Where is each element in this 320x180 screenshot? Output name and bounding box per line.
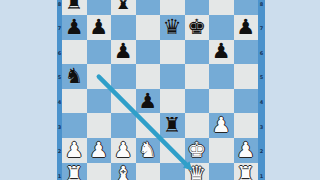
square-b8[interactable] <box>87 0 112 15</box>
piece-black-rook-a8[interactable]: ♜ <box>65 0 84 13</box>
square-g1[interactable] <box>209 163 234 180</box>
piece-black-knight-a5[interactable]: ♞ <box>65 66 84 87</box>
square-d4[interactable]: ♟ <box>136 89 161 114</box>
square-b3[interactable] <box>87 113 112 138</box>
square-e8[interactable] <box>160 0 185 15</box>
piece-black-pawn-d4[interactable]: ♟ <box>138 90 157 111</box>
piece-white-rook-h1[interactable]: ♜ <box>236 164 255 180</box>
rank-label-right-7: 7 <box>259 25 265 31</box>
piece-black-pawn-b7[interactable]: ♟ <box>89 16 108 37</box>
square-b5[interactable] <box>87 64 112 89</box>
rank-label-right-3: 3 <box>259 124 265 130</box>
square-e3[interactable]: ♜ <box>160 113 185 138</box>
piece-white-pawn-a2[interactable]: ♟ <box>65 139 84 160</box>
square-f7[interactable]: ♚ <box>185 15 210 40</box>
square-f4[interactable] <box>185 89 210 114</box>
square-a4[interactable] <box>62 89 87 114</box>
rank-label-left-6: 6 <box>57 50 63 56</box>
piece-white-queen-f1[interactable]: ♛ <box>187 164 206 180</box>
piece-black-pawn-h7[interactable]: ♟ <box>236 16 255 37</box>
square-a1[interactable]: ♜ <box>62 163 87 180</box>
square-d1[interactable] <box>136 163 161 180</box>
piece-white-king-f2[interactable]: ♚ <box>187 139 206 160</box>
board: ♜♝♟♟♛♚♟♟♟♞♟♜♟♟♟♟♞♚♟♜♝♛♜ <box>62 0 258 180</box>
square-e6[interactable] <box>160 40 185 65</box>
rank-label-right-6: 6 <box>259 50 265 56</box>
square-h6[interactable] <box>234 40 259 65</box>
square-h5[interactable] <box>234 64 259 89</box>
rank-label-right-4: 4 <box>259 99 265 105</box>
square-e1[interactable] <box>160 163 185 180</box>
rank-label-left-3: 3 <box>57 124 63 130</box>
piece-white-pawn-h2[interactable]: ♟ <box>236 139 255 160</box>
square-g8[interactable] <box>209 0 234 15</box>
rank-label-left-5: 5 <box>57 74 63 80</box>
piece-white-bishop-c1[interactable]: ♝ <box>114 164 133 180</box>
square-c5[interactable] <box>111 64 136 89</box>
square-e7[interactable]: ♛ <box>160 15 185 40</box>
square-c6[interactable]: ♟ <box>111 40 136 65</box>
square-f5[interactable] <box>185 64 210 89</box>
square-f1[interactable]: ♛ <box>185 163 210 180</box>
piece-white-knight-d2[interactable]: ♞ <box>138 139 157 160</box>
square-g3[interactable]: ♟ <box>209 113 234 138</box>
square-c7[interactable] <box>111 15 136 40</box>
square-d7[interactable] <box>136 15 161 40</box>
square-a8[interactable]: ♜ <box>62 0 87 15</box>
square-d8[interactable] <box>136 0 161 15</box>
chess-diagram: ♜♝♟♟♛♚♟♟♟♞♟♜♟♟♟♟♞♚♟♜♝♛♜ 8877665544332211 <box>0 0 320 180</box>
square-e2[interactable] <box>160 138 185 163</box>
piece-white-pawn-g3[interactable]: ♟ <box>212 115 231 136</box>
square-h7[interactable]: ♟ <box>234 15 259 40</box>
square-e4[interactable] <box>160 89 185 114</box>
square-h3[interactable] <box>234 113 259 138</box>
piece-white-rook-a1[interactable]: ♜ <box>65 164 84 180</box>
square-a3[interactable] <box>62 113 87 138</box>
piece-black-pawn-a7[interactable]: ♟ <box>65 16 84 37</box>
square-f6[interactable] <box>185 40 210 65</box>
square-g7[interactable] <box>209 15 234 40</box>
rank-label-left-2: 2 <box>57 148 63 154</box>
piece-black-pawn-g6[interactable]: ♟ <box>212 41 231 62</box>
piece-black-rook-e3[interactable]: ♜ <box>163 115 182 136</box>
square-h4[interactable] <box>234 89 259 114</box>
square-a2[interactable]: ♟ <box>62 138 87 163</box>
square-g2[interactable] <box>209 138 234 163</box>
rank-label-right-8: 8 <box>259 1 265 7</box>
piece-white-pawn-c2[interactable]: ♟ <box>114 139 133 160</box>
square-c1[interactable]: ♝ <box>111 163 136 180</box>
square-d2[interactable]: ♞ <box>136 138 161 163</box>
rank-label-left-1: 1 <box>57 173 63 179</box>
square-b7[interactable]: ♟ <box>87 15 112 40</box>
square-d5[interactable] <box>136 64 161 89</box>
square-b4[interactable] <box>87 89 112 114</box>
square-g5[interactable] <box>209 64 234 89</box>
square-b2[interactable]: ♟ <box>87 138 112 163</box>
rank-label-left-7: 7 <box>57 25 63 31</box>
square-h8[interactable] <box>234 0 259 15</box>
square-g6[interactable]: ♟ <box>209 40 234 65</box>
rank-label-left-8: 8 <box>57 1 63 7</box>
square-f2[interactable]: ♚ <box>185 138 210 163</box>
square-h2[interactable]: ♟ <box>234 138 259 163</box>
square-b6[interactable] <box>87 40 112 65</box>
rank-label-right-5: 5 <box>259 74 265 80</box>
square-c2[interactable]: ♟ <box>111 138 136 163</box>
square-e5[interactable] <box>160 64 185 89</box>
square-c4[interactable] <box>111 89 136 114</box>
square-a5[interactable]: ♞ <box>62 64 87 89</box>
rank-label-left-4: 4 <box>57 99 63 105</box>
square-d6[interactable] <box>136 40 161 65</box>
piece-black-pawn-c6[interactable]: ♟ <box>114 41 133 62</box>
square-f8[interactable] <box>185 0 210 15</box>
square-a7[interactable]: ♟ <box>62 15 87 40</box>
square-c3[interactable] <box>111 113 136 138</box>
piece-black-king-f7[interactable]: ♚ <box>187 16 206 37</box>
piece-black-queen-e7[interactable]: ♛ <box>163 16 182 37</box>
square-b1[interactable] <box>87 163 112 180</box>
rank-label-right-1: 1 <box>259 173 265 179</box>
piece-white-pawn-b2[interactable]: ♟ <box>89 139 108 160</box>
square-c8[interactable]: ♝ <box>111 0 136 15</box>
square-g4[interactable] <box>209 89 234 114</box>
square-d3[interactable] <box>136 113 161 138</box>
piece-black-bishop-c8[interactable]: ♝ <box>114 0 133 13</box>
square-a6[interactable] <box>62 40 87 65</box>
square-h1[interactable]: ♜ <box>234 163 259 180</box>
square-f3[interactable] <box>185 113 210 138</box>
rank-label-right-2: 2 <box>259 148 265 154</box>
